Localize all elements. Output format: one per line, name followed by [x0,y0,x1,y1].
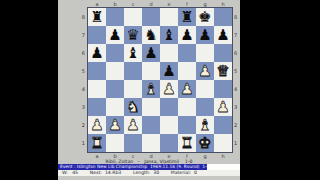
square-f8[interactable]: ♜ [178,8,196,26]
rank-label-3: 3 [74,98,85,116]
video-frame: abcdefgh 87654321 ♜♜♚♟♛♞♝♟♟♟♟♝♟♟♟♛♝♟♟♞♟♟… [0,0,320,180]
square-f5[interactable] [178,62,196,80]
black-rook: ♜ [88,8,106,26]
black-knight: ♞ [142,26,160,44]
square-a5[interactable] [88,62,106,80]
square-d1[interactable] [142,134,160,152]
rank-label-7: 7 [74,26,85,44]
square-f6[interactable] [178,44,196,62]
square-c5[interactable] [124,62,142,80]
rank-label-5: 5 [74,62,85,80]
square-b6[interactable] [106,44,124,62]
letterbox-right [240,0,320,180]
status-line: W: 45 Next: 14.Rb3 Length: 30 Material: … [58,170,240,176]
rank-label-3: 3 [234,98,242,116]
rank-label-6: 6 [234,44,242,62]
black-rook: ♜ [178,8,196,26]
square-e4[interactable]: ♟ [160,80,178,98]
square-f1[interactable]: ♜ [178,134,196,152]
square-e3[interactable] [160,98,178,116]
square-g2[interactable]: ♝ [196,116,214,134]
square-a4[interactable] [88,80,106,98]
white-pawn: ♟ [106,116,124,134]
square-h6[interactable] [214,44,232,62]
square-b7[interactable]: ♟ [106,26,124,44]
square-e8[interactable] [160,8,178,26]
chess-board: ♜♜♚♟♛♞♝♟♟♟♟♝♟♟♟♛♝♟♟♞♟♟♟♟♝♜♜♚ [87,7,233,153]
square-a8[interactable]: ♜ [88,8,106,26]
black-pawn: ♟ [142,44,160,62]
square-e2[interactable] [160,116,178,134]
square-d3[interactable] [142,98,160,116]
square-g5[interactable]: ♟ [196,62,214,80]
rank-label-8: 8 [74,8,85,26]
square-c2[interactable]: ♟ [124,116,142,134]
square-b8[interactable] [106,8,124,26]
rank-label-1: 1 [234,134,242,152]
square-d4[interactable]: ♝ [142,80,160,98]
black-pawn: ♟ [88,44,106,62]
black-bishop: ♝ [160,26,178,44]
square-g8[interactable]: ♚ [196,8,214,26]
square-c3[interactable]: ♞ [124,98,142,116]
rank-labels-left: 87654321 [74,8,87,152]
square-h8[interactable] [214,8,232,26]
white-pawn: ♟ [124,116,142,134]
black-pawn: ♟ [160,62,178,80]
white-pawn: ♟ [214,98,232,116]
square-h5[interactable]: ♛ [214,62,232,80]
white-rook: ♜ [88,134,106,152]
square-h3[interactable]: ♟ [214,98,232,116]
white-bishop: ♝ [196,116,214,134]
white-pawn: ♟ [160,80,178,98]
white-bishop: ♝ [142,80,160,98]
square-h4[interactable] [214,80,232,98]
square-f4[interactable]: ♟ [178,80,196,98]
rank-labels-right: 87654321 [234,8,242,152]
square-g7[interactable]: ♟ [196,26,214,44]
black-pawn: ♟ [214,26,232,44]
white-pawn: ♟ [178,80,196,98]
square-a6[interactable]: ♟ [88,44,106,62]
square-h7[interactable]: ♟ [214,26,232,44]
square-c4[interactable] [124,80,142,98]
square-b4[interactable] [106,80,124,98]
square-d7[interactable]: ♞ [142,26,160,44]
white-queen: ♛ [214,62,232,80]
square-e6[interactable] [160,44,178,62]
white-rook: ♜ [178,134,196,152]
square-d2[interactable] [142,116,160,134]
square-b1[interactable] [106,134,124,152]
square-c8[interactable] [124,8,142,26]
black-pawn: ♟ [178,26,196,44]
white-king: ♚ [196,134,214,152]
square-f2[interactable] [178,116,196,134]
square-g3[interactable] [196,98,214,116]
square-e1[interactable] [160,134,178,152]
black-king: ♚ [196,8,214,26]
black-bishop: ♝ [124,44,142,62]
square-e5[interactable]: ♟ [160,62,178,80]
square-c6[interactable]: ♝ [124,44,142,62]
square-g1[interactable]: ♚ [196,134,214,152]
square-g6[interactable] [196,44,214,62]
square-b3[interactable] [106,98,124,116]
square-g4[interactable] [196,80,214,98]
white-knight: ♞ [124,98,142,116]
square-a1[interactable]: ♜ [88,134,106,152]
square-b5[interactable] [106,62,124,80]
rank-label-6: 6 [74,44,85,62]
black-queen: ♛ [124,26,142,44]
rank-label-4: 4 [234,80,242,98]
square-c1[interactable] [124,134,142,152]
square-h1[interactable] [214,134,232,152]
rank-label-5: 5 [234,62,242,80]
square-h2[interactable] [214,116,232,134]
square-a2[interactable]: ♟ [88,116,106,134]
square-a3[interactable] [88,98,106,116]
square-f3[interactable] [178,98,196,116]
square-d5[interactable] [142,62,160,80]
letterbox-left [0,0,58,180]
rank-label-8: 8 [234,8,242,26]
square-b2[interactable]: ♟ [106,116,124,134]
rank-label-1: 1 [74,134,85,152]
square-d6[interactable]: ♟ [142,44,160,62]
rank-label-2: 2 [234,116,242,134]
white-pawn: ♟ [88,116,106,134]
square-c7[interactable]: ♛ [124,26,142,44]
rank-label-2: 2 [74,116,85,134]
black-pawn: ♟ [196,26,214,44]
square-f7[interactable]: ♟ [178,26,196,44]
square-d8[interactable] [142,8,160,26]
black-pawn: ♟ [106,26,124,44]
square-e7[interactable]: ♝ [160,26,178,44]
square-a7[interactable] [88,26,106,44]
rank-label-4: 4 [74,80,85,98]
white-pawn: ♟ [196,62,214,80]
rank-label-7: 7 [234,26,242,44]
